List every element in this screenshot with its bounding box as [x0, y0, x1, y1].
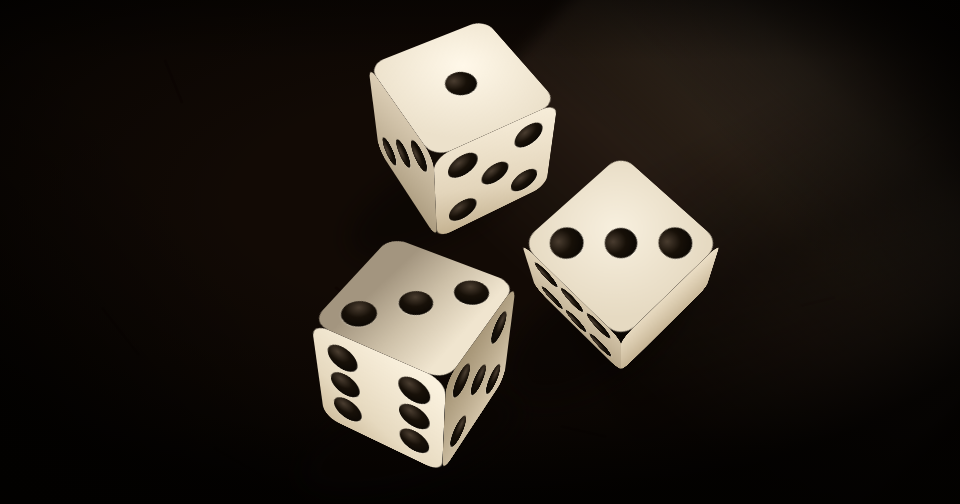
- die-3: [346, 283, 486, 423]
- die-1-cube: [374, 65, 552, 202]
- die-2: [556, 202, 686, 332]
- die-1: [396, 63, 526, 193]
- dice-photo-scene: [0, 0, 960, 504]
- die-2-cube: [529, 184, 713, 357]
- die-3-cube: [318, 287, 509, 430]
